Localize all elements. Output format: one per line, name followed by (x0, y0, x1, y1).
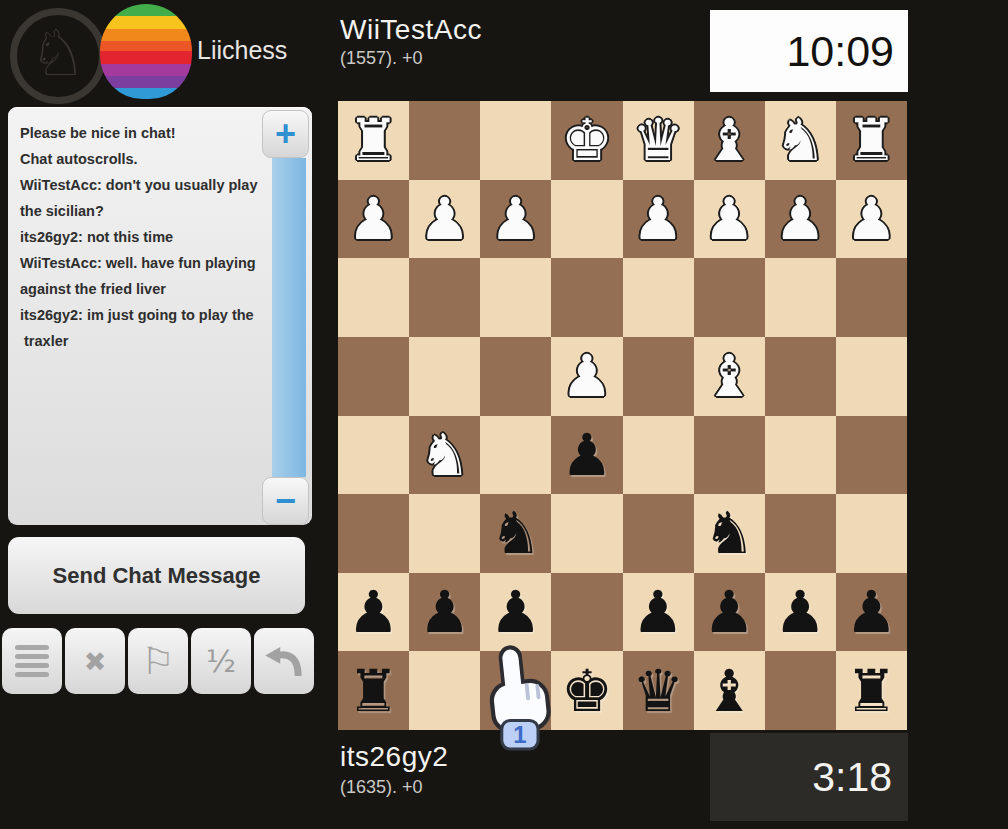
send-chat-message-button[interactable]: Send Chat Message (8, 537, 305, 614)
close-icon: ✖ (84, 646, 107, 677)
square-f6[interactable]: ♞ (480, 494, 551, 573)
square-c1[interactable]: ♝ (694, 101, 765, 180)
square-h1[interactable]: ♜ (338, 101, 409, 180)
square-a7[interactable]: ♟ (836, 573, 907, 652)
white-p-piece[interactable]: ♟ (490, 190, 542, 248)
white-r-piece[interactable]: ♜ (348, 111, 400, 169)
chat-line: traxler (20, 328, 260, 354)
square-f3[interactable] (480, 258, 551, 337)
square-a4[interactable] (836, 337, 907, 416)
liichess-app-window: ♘ Liichess WiiTestAcc (1557). +0 10:09 P… (0, 0, 1008, 829)
white-p-piece[interactable]: ♟ (632, 190, 684, 248)
black-p-piece[interactable]: ♟ (561, 426, 613, 484)
chat-line: its26gy2: im just going to play the (20, 302, 260, 328)
square-d8[interactable]: ♛ (623, 651, 694, 730)
white-p-piece[interactable]: ♟ (561, 347, 613, 405)
undo-arrow-icon (265, 646, 303, 676)
black-n-piece[interactable]: ♞ (490, 504, 542, 562)
square-f2[interactable]: ♟ (480, 180, 551, 259)
square-e5[interactable]: ♟ (551, 416, 622, 495)
opponent-name: WiiTestAcc (340, 14, 482, 46)
square-h2[interactable]: ♟ (338, 180, 409, 259)
square-d6[interactable] (623, 494, 694, 573)
square-g8[interactable] (409, 651, 480, 730)
square-f5[interactable] (480, 416, 551, 495)
square-c5[interactable] (694, 416, 765, 495)
menu-icon (15, 645, 49, 677)
square-h3[interactable] (338, 258, 409, 337)
white-p-piece[interactable]: ♟ (348, 190, 400, 248)
black-p-piece[interactable]: ♟ (632, 583, 684, 641)
half-point-icon: ½ (206, 643, 236, 679)
square-b3[interactable] (765, 258, 836, 337)
white-n-piece[interactable]: ♞ (419, 426, 471, 484)
square-e8[interactable]: ♚ (551, 651, 622, 730)
chat-line: against the fried liver (20, 276, 260, 302)
square-f1[interactable] (480, 101, 551, 180)
black-p-piece[interactable]: ♟ (419, 583, 471, 641)
square-g7[interactable]: ♟ (409, 573, 480, 652)
square-f7[interactable]: ♟ (480, 573, 551, 652)
square-c2[interactable]: ♟ (694, 180, 765, 259)
square-g5[interactable]: ♞ (409, 416, 480, 495)
square-g6[interactable] (409, 494, 480, 573)
black-p-piece[interactable]: ♟ (348, 583, 400, 641)
send-chat-message-label: Send Chat Message (53, 563, 261, 589)
player-name: its26gy2 (340, 741, 448, 773)
white-b-piece[interactable]: ♝ (703, 111, 755, 169)
chat-line: its26gy2: not this time (20, 224, 260, 250)
square-d7[interactable]: ♟ (623, 573, 694, 652)
player-rating: (1635). +0 (340, 777, 423, 798)
square-a2[interactable]: ♟ (836, 180, 907, 259)
black-p-piece[interactable]: ♟ (703, 583, 755, 641)
plus-icon: + (275, 116, 296, 152)
player-badge-number: 1 (513, 721, 526, 748)
square-c4[interactable]: ♝ (694, 337, 765, 416)
square-d4[interactable] (623, 337, 694, 416)
white-b-piece[interactable]: ♝ (703, 347, 755, 405)
square-d1[interactable]: ♛ (623, 101, 694, 180)
knight-logo-icon: ♘ (10, 8, 106, 104)
white-n-piece[interactable]: ♞ (774, 111, 826, 169)
square-h6[interactable] (338, 494, 409, 573)
square-c8[interactable]: ♝ (694, 651, 765, 730)
square-b7[interactable]: ♟ (765, 573, 836, 652)
square-g3[interactable] (409, 258, 480, 337)
takeback-button[interactable] (254, 628, 314, 694)
square-e6[interactable] (551, 494, 622, 573)
square-b8[interactable] (765, 651, 836, 730)
black-p-piece[interactable]: ♟ (490, 583, 542, 641)
chat-line: WiiTestAcc: don't you usually play (20, 172, 260, 198)
square-e2[interactable] (551, 180, 622, 259)
square-b1[interactable]: ♞ (765, 101, 836, 180)
square-c7[interactable]: ♟ (694, 573, 765, 652)
square-g4[interactable] (409, 337, 480, 416)
white-clock: 10:09 (710, 10, 908, 92)
square-a8[interactable]: ♜ (836, 651, 907, 730)
white-r-piece[interactable]: ♜ (845, 111, 897, 169)
square-h8[interactable]: ♜ (338, 651, 409, 730)
chat-line: the sicilian? (20, 198, 260, 224)
square-a5[interactable] (836, 416, 907, 495)
square-b2[interactable]: ♟ (765, 180, 836, 259)
square-e4[interactable]: ♟ (551, 337, 622, 416)
square-a1[interactable]: ♜ (836, 101, 907, 180)
black-q-piece[interactable]: ♛ (632, 662, 684, 720)
minus-icon: − (275, 483, 296, 519)
black-p-piece[interactable]: ♟ (774, 583, 826, 641)
square-g2[interactable]: ♟ (409, 180, 480, 259)
square-c6[interactable]: ♞ (694, 494, 765, 573)
square-b5[interactable] (765, 416, 836, 495)
square-e1[interactable]: ♚ (551, 101, 622, 180)
chat-line: WiiTestAcc: well. have fun playing (20, 250, 260, 276)
chat-line: Please be nice in chat! (20, 120, 260, 146)
rainbow-logo-icon (100, 4, 192, 99)
knight-glyph: ♘ (29, 21, 86, 85)
chat-scroll-up-button[interactable]: + (262, 110, 309, 158)
square-e7[interactable] (551, 573, 622, 652)
black-p-piece[interactable]: ♟ (845, 583, 897, 641)
white-k-piece[interactable]: ♚ (561, 111, 613, 169)
white-p-piece[interactable]: ♟ (419, 190, 471, 248)
square-h5[interactable] (338, 416, 409, 495)
chat-scroll-down-button[interactable]: − (262, 477, 309, 525)
square-c3[interactable] (694, 258, 765, 337)
black-clock: 3:18 (710, 733, 908, 821)
white-p-piece[interactable]: ♟ (774, 190, 826, 248)
square-h4[interactable] (338, 337, 409, 416)
black-k-piece[interactable]: ♚ (561, 662, 613, 720)
white-p-piece[interactable]: ♟ (845, 190, 897, 248)
chat-messages: Please be nice in chat!Chat autoscrolls.… (20, 120, 260, 354)
square-a3[interactable] (836, 258, 907, 337)
square-d2[interactable]: ♟ (623, 180, 694, 259)
resign-flag-button[interactable]: ⚐ (128, 628, 188, 694)
flag-icon: ⚐ (141, 640, 174, 683)
app-title: Liichess (197, 36, 287, 65)
square-d5[interactable] (623, 416, 694, 495)
square-b4[interactable] (765, 337, 836, 416)
square-b6[interactable] (765, 494, 836, 573)
square-a6[interactable] (836, 494, 907, 573)
black-b-piece[interactable]: ♝ (703, 662, 755, 720)
wiimote-cursor: 1 (474, 644, 562, 751)
opponent-rating: (1557). +0 (340, 48, 423, 69)
chat-line: Chat autoscrolls. (20, 146, 260, 172)
offer-draw-button[interactable]: ½ (191, 628, 251, 694)
white-q-piece[interactable]: ♛ (632, 111, 684, 169)
square-d3[interactable] (623, 258, 694, 337)
square-e3[interactable] (551, 258, 622, 337)
black-r-piece[interactable]: ♜ (845, 662, 897, 720)
chess-board: ♜♚♛♝♞♜♟♟♟♟♟♟♟♟♝♞♟♞♞♟♟♟♟♟♟♟♜♝♚♛♝♜ (338, 101, 907, 730)
chat-scrollbar[interactable] (272, 158, 306, 477)
menu-button[interactable] (2, 628, 62, 694)
close-button[interactable]: ✖ (65, 628, 125, 694)
square-h7[interactable]: ♟ (338, 573, 409, 652)
black-n-piece[interactable]: ♞ (703, 504, 755, 562)
black-r-piece[interactable]: ♜ (348, 662, 400, 720)
square-f4[interactable] (480, 337, 551, 416)
white-p-piece[interactable]: ♟ (703, 190, 755, 248)
square-g1[interactable] (409, 101, 480, 180)
